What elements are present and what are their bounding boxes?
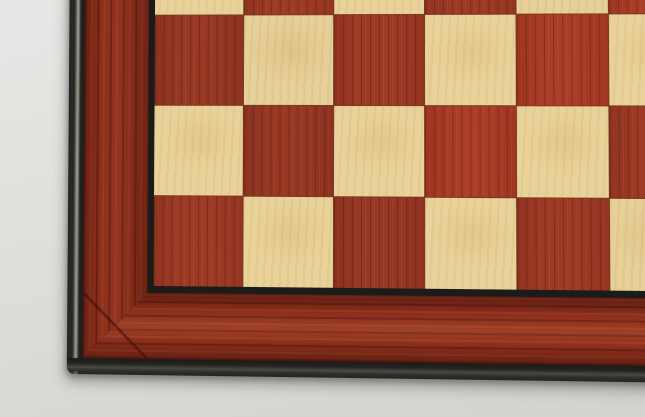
square-f1: [610, 199, 645, 292]
square-e1: [517, 198, 609, 290]
border-miter-seam: [83, 292, 148, 359]
square-d2: [425, 106, 516, 197]
square-d3: [425, 15, 516, 106]
square-a4: [155, 0, 244, 15]
square-a1: [154, 196, 243, 287]
square-c4: [334, 0, 424, 14]
inner-black-inlay-line: [148, 0, 645, 301]
square-b4: [244, 0, 333, 14]
square-b1: [243, 197, 333, 288]
square-d4: [425, 0, 516, 14]
square-f4: [608, 0, 645, 13]
square-e4: [516, 0, 608, 14]
square-b3: [244, 15, 333, 105]
square-c3: [334, 15, 424, 105]
square-d1: [425, 198, 516, 290]
square-f3: [609, 14, 645, 105]
square-b2: [244, 106, 333, 196]
padauk-border-bottom: [83, 292, 645, 370]
squares-grid: [154, 0, 645, 293]
photo-scene: [0, 0, 645, 417]
square-c1: [334, 197, 424, 289]
square-e2: [517, 106, 609, 198]
chessboard: [67, 0, 645, 387]
square-e3: [517, 14, 609, 105]
square-a3: [155, 15, 244, 104]
square-a2: [154, 106, 243, 196]
square-f2: [609, 106, 645, 198]
square-c2: [334, 106, 424, 197]
